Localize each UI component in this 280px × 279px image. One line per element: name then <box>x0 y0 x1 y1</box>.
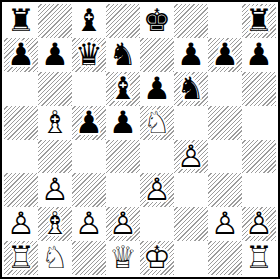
square-c8: ♝ <box>72 4 106 38</box>
square-c5: ♟ <box>72 106 106 140</box>
square-a2: ♟♙ <box>4 207 38 241</box>
square-b6 <box>38 72 72 106</box>
square-e6: ♟ <box>140 72 174 106</box>
square-a5 <box>4 106 38 140</box>
square-h8: ♜ <box>242 4 276 38</box>
square-c2: ♟♙ <box>72 207 106 241</box>
square-b7: ♟ <box>38 38 72 72</box>
piece-white-bishop: ♝♗ <box>38 106 72 140</box>
piece-white-pawn: ♟♙ <box>140 173 174 207</box>
piece-black-pawn: ♟ <box>174 38 208 72</box>
square-g8 <box>208 4 242 38</box>
piece-black-king: ♚ <box>140 4 174 38</box>
piece-white-bishop: ♝♗ <box>38 207 72 241</box>
piece-white-pawn: ♟♙ <box>72 207 106 241</box>
square-e5: ♞♘ <box>140 106 174 140</box>
square-e2 <box>140 207 174 241</box>
square-b5: ♝♗ <box>38 106 72 140</box>
square-f2 <box>174 207 208 241</box>
square-g6 <box>208 72 242 106</box>
square-h6 <box>242 72 276 106</box>
piece-white-pawn: ♟♙ <box>106 207 140 241</box>
piece-white-rook: ♜♖ <box>242 241 276 275</box>
square-e4 <box>140 140 174 174</box>
square-g7: ♟ <box>208 38 242 72</box>
piece-black-queen: ♛ <box>72 38 106 72</box>
square-g2: ♟♙ <box>208 207 242 241</box>
square-b1: ♞♘ <box>38 241 72 275</box>
square-c7: ♛ <box>72 38 106 72</box>
square-a4 <box>4 140 38 174</box>
piece-white-knight: ♞♘ <box>38 241 72 275</box>
square-e1: ♚♔ <box>140 241 174 275</box>
square-h1: ♜♖ <box>242 241 276 275</box>
piece-black-knight: ♞ <box>106 38 140 72</box>
piece-black-rook: ♜ <box>242 4 276 38</box>
piece-black-bishop: ♝ <box>106 72 140 106</box>
piece-black-pawn: ♟ <box>242 38 276 72</box>
piece-black-knight: ♞ <box>174 72 208 106</box>
square-e7 <box>140 38 174 72</box>
square-c3 <box>72 173 106 207</box>
square-f3 <box>174 173 208 207</box>
piece-black-pawn: ♟ <box>140 72 174 106</box>
piece-black-pawn: ♟ <box>38 38 72 72</box>
piece-white-king: ♚♔ <box>140 241 174 275</box>
square-f8 <box>174 4 208 38</box>
square-b8 <box>38 4 72 38</box>
piece-black-pawn: ♟ <box>208 38 242 72</box>
square-d5: ♟ <box>106 106 140 140</box>
square-g1 <box>208 241 242 275</box>
piece-black-pawn: ♟ <box>4 38 38 72</box>
square-f4: ♟♙ <box>174 140 208 174</box>
piece-white-pawn: ♟♙ <box>208 207 242 241</box>
square-d6: ♝ <box>106 72 140 106</box>
square-d4 <box>106 140 140 174</box>
piece-black-bishop: ♝ <box>72 4 106 38</box>
square-h4 <box>242 140 276 174</box>
piece-black-pawn: ♟ <box>106 106 140 140</box>
square-g4 <box>208 140 242 174</box>
piece-white-pawn: ♟♙ <box>242 207 276 241</box>
square-f6: ♞ <box>174 72 208 106</box>
square-e3: ♟♙ <box>140 173 174 207</box>
square-d8 <box>106 4 140 38</box>
square-d2: ♟♙ <box>106 207 140 241</box>
square-f5 <box>174 106 208 140</box>
square-d3 <box>106 173 140 207</box>
square-f7: ♟ <box>174 38 208 72</box>
square-a6 <box>4 72 38 106</box>
piece-black-pawn: ♟ <box>72 106 106 140</box>
piece-white-pawn: ♟♙ <box>174 140 208 174</box>
square-d7: ♞ <box>106 38 140 72</box>
piece-white-pawn: ♟♙ <box>38 173 72 207</box>
chess-diagram: ♜♝♚♜♟♟♛♞♟♟♟♝♟♞♝♗♟♟♞♘♟♙♟♙♟♙♟♙♝♗♟♙♟♙♟♙♟♙♜♖… <box>0 0 280 279</box>
square-a8: ♜ <box>4 4 38 38</box>
square-h5 <box>242 106 276 140</box>
square-b4 <box>38 140 72 174</box>
square-a1: ♜♖ <box>4 241 38 275</box>
square-f1 <box>174 241 208 275</box>
square-b3: ♟♙ <box>38 173 72 207</box>
square-h3 <box>242 173 276 207</box>
square-a3 <box>4 173 38 207</box>
square-c1 <box>72 241 106 275</box>
square-c6 <box>72 72 106 106</box>
chess-board: ♜♝♚♜♟♟♛♞♟♟♟♝♟♞♝♗♟♟♞♘♟♙♟♙♟♙♟♙♝♗♟♙♟♙♟♙♟♙♜♖… <box>4 4 276 275</box>
square-h2: ♟♙ <box>242 207 276 241</box>
square-g5 <box>208 106 242 140</box>
square-g3 <box>208 173 242 207</box>
square-b2: ♝♗ <box>38 207 72 241</box>
piece-black-rook: ♜ <box>4 4 38 38</box>
square-c4 <box>72 140 106 174</box>
piece-white-rook: ♜♖ <box>4 241 38 275</box>
piece-white-pawn: ♟♙ <box>4 207 38 241</box>
square-a7: ♟ <box>4 38 38 72</box>
square-d1: ♛♕ <box>106 241 140 275</box>
piece-white-knight: ♞♘ <box>140 106 174 140</box>
square-e8: ♚ <box>140 4 174 38</box>
piece-white-queen: ♛♕ <box>106 241 140 275</box>
square-h7: ♟ <box>242 38 276 72</box>
